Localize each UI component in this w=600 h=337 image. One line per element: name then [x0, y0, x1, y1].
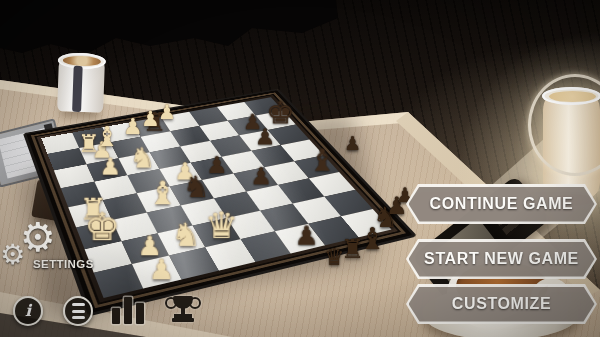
moves-list-button[interactable] — [63, 296, 93, 326]
bar-chart-icon — [112, 308, 120, 324]
start-new-game-label: START NEW GAME — [424, 250, 579, 268]
achievements-button[interactable] — [165, 296, 201, 326]
captured-white-pawn: ♟ — [158, 102, 176, 122]
captured-white-bishop: ♝ — [95, 123, 119, 150]
white-pawn-piece[interactable]: ♟ — [93, 155, 127, 178]
continue-game-button[interactable]: CONTINUE GAME — [406, 184, 597, 224]
captured-white-pawn: ♟ — [141, 109, 160, 130]
white-pawn-piece[interactable]: ♟ — [141, 256, 181, 284]
captured-white-pawn: ♟ — [123, 116, 143, 138]
start-new-game-button[interactable]: START NEW GAME — [406, 239, 597, 279]
black-pawn-piece[interactable]: ♟ — [244, 165, 278, 189]
black-king-piece[interactable]: ♚ — [265, 97, 296, 128]
settings-label: SETTINGS — [33, 258, 94, 270]
customize-button[interactable]: CUSTOMIZE — [406, 284, 597, 324]
gear-icon-small: ⚙ — [0, 238, 25, 271]
black-pawn-piece[interactable]: ♟ — [287, 223, 325, 249]
coffee-mug — [57, 59, 105, 113]
customize-label: CUSTOMIZE — [452, 295, 551, 313]
white-bishop-piece[interactable]: ♝ — [145, 177, 181, 209]
gear-icon: ⚙ — [20, 214, 56, 260]
continue-game-label: CONTINUE GAME — [430, 195, 574, 213]
captured-black-pawn: ♟ — [344, 134, 361, 153]
white-knight-piece[interactable]: ♞ — [126, 145, 159, 173]
statistics-button[interactable] — [112, 294, 146, 324]
info-icon: i — [25, 301, 31, 320]
black-pawn-piece[interactable]: ♟ — [249, 126, 281, 148]
info-button[interactable]: i — [13, 296, 43, 326]
mug-stripe — [72, 66, 83, 112]
black-bishop-piece[interactable]: ♝ — [306, 146, 340, 176]
black-knight-piece[interactable]: ♞ — [179, 173, 214, 203]
moves-list-icon — [72, 303, 85, 306]
white-knight-piece[interactable]: ♞ — [167, 220, 205, 252]
white-queen-piece[interactable]: ♛ — [203, 207, 241, 243]
chess-app-screen: ♜♟♟♚♟♞♟♟♟♜♝♞♟♝♚♟♞♛♟♟ ♜♝♟♟♟ ♛♜♝♞♟♟♟ ⚙ ⚙ S… — [0, 0, 600, 337]
settings-button[interactable]: ⚙ ⚙ SETTINGS — [0, 218, 110, 278]
